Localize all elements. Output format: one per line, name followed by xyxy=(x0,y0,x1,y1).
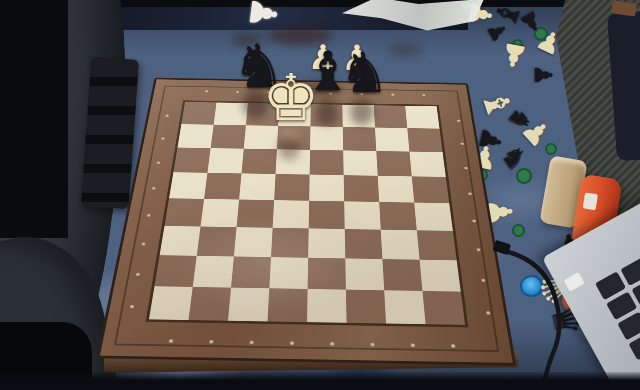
square xyxy=(378,176,415,203)
square xyxy=(376,151,411,176)
coordinate-mark xyxy=(152,187,156,190)
coordinate-mark xyxy=(147,214,151,217)
square xyxy=(228,288,269,322)
square xyxy=(241,149,276,174)
white-king-d6: ♚ xyxy=(262,66,319,130)
square xyxy=(381,230,420,260)
square xyxy=(344,175,380,202)
coordinate-mark xyxy=(142,242,146,245)
dark-panel-left xyxy=(0,0,68,238)
coordinate-mark xyxy=(370,343,374,347)
square xyxy=(344,201,381,229)
laptop-keyboard xyxy=(595,229,640,360)
scattered-black-piece: ♟ xyxy=(531,64,555,86)
black-knight-f7: ♞ xyxy=(339,45,389,101)
coordinate-mark xyxy=(422,94,425,96)
coordinate-mark xyxy=(457,119,460,121)
green-felt-base xyxy=(545,143,557,155)
board-grid xyxy=(149,102,465,325)
square xyxy=(407,128,442,152)
square xyxy=(307,289,347,323)
coordinate-mark xyxy=(289,341,293,345)
square xyxy=(177,124,213,148)
square xyxy=(345,229,383,259)
square xyxy=(412,176,449,203)
square xyxy=(188,287,231,321)
coordinate-mark xyxy=(391,94,394,96)
coordinate-mark xyxy=(157,161,161,163)
coordinate-mark xyxy=(209,340,213,344)
square xyxy=(268,288,308,322)
square xyxy=(310,150,344,175)
square xyxy=(414,203,453,231)
square xyxy=(308,228,345,258)
square xyxy=(379,202,417,230)
coordinate-mark xyxy=(165,114,169,116)
square xyxy=(207,148,243,173)
orange-case-label xyxy=(583,192,598,210)
coordinate-mark xyxy=(168,339,172,343)
square xyxy=(181,102,216,125)
coordinate-mark xyxy=(205,90,208,92)
square xyxy=(309,175,344,202)
square xyxy=(375,128,409,152)
square xyxy=(169,172,207,199)
square xyxy=(193,256,234,288)
square xyxy=(343,127,377,151)
coordinate-mark xyxy=(460,142,464,144)
coordinate-mark xyxy=(330,342,334,346)
piece-reflection xyxy=(278,136,300,160)
square xyxy=(273,200,310,228)
square xyxy=(405,106,439,129)
square xyxy=(201,199,240,227)
square xyxy=(234,227,273,257)
table-scene-photo: ♟ ♟♟♞♝♞♚♟♝♟♟♟♟♟♝♞♟♞♟♟♟♟♛♛ xyxy=(0,0,640,390)
square xyxy=(154,255,196,287)
square xyxy=(422,291,465,325)
laptop-sticker xyxy=(564,272,585,292)
square xyxy=(345,258,384,290)
square xyxy=(343,150,378,175)
square xyxy=(231,256,271,288)
square xyxy=(149,286,193,320)
square xyxy=(164,198,204,226)
square xyxy=(269,257,308,289)
coordinate-mark xyxy=(410,343,414,347)
square xyxy=(374,105,408,128)
square xyxy=(420,260,461,292)
square xyxy=(211,125,246,149)
square xyxy=(309,201,345,229)
laptop-key xyxy=(620,257,640,286)
coordinate-mark xyxy=(464,167,468,169)
square xyxy=(197,227,237,257)
coordinate-mark xyxy=(136,272,140,275)
coordinate-mark xyxy=(486,311,490,314)
square xyxy=(308,258,346,290)
coordinate-mark xyxy=(472,219,476,222)
coordinate-mark xyxy=(161,137,165,139)
square xyxy=(160,226,201,256)
bottom-edge-shadow xyxy=(0,372,640,390)
coordinate-mark xyxy=(481,278,485,281)
square xyxy=(239,173,275,200)
square xyxy=(274,174,309,201)
piece-reflection xyxy=(388,43,422,57)
square xyxy=(384,290,425,324)
square xyxy=(271,228,309,258)
square xyxy=(409,152,445,177)
coordinate-mark xyxy=(450,344,454,348)
square xyxy=(237,200,275,228)
square xyxy=(382,259,422,291)
coordinate-mark xyxy=(468,192,472,195)
square xyxy=(417,230,457,260)
white-piece-lying-down: ♟ xyxy=(243,0,283,31)
coordinate-mark xyxy=(249,341,253,345)
square xyxy=(173,148,210,173)
square xyxy=(204,173,241,200)
square xyxy=(346,290,386,324)
coordinate-mark xyxy=(130,305,134,308)
coordinate-mark xyxy=(476,248,480,251)
